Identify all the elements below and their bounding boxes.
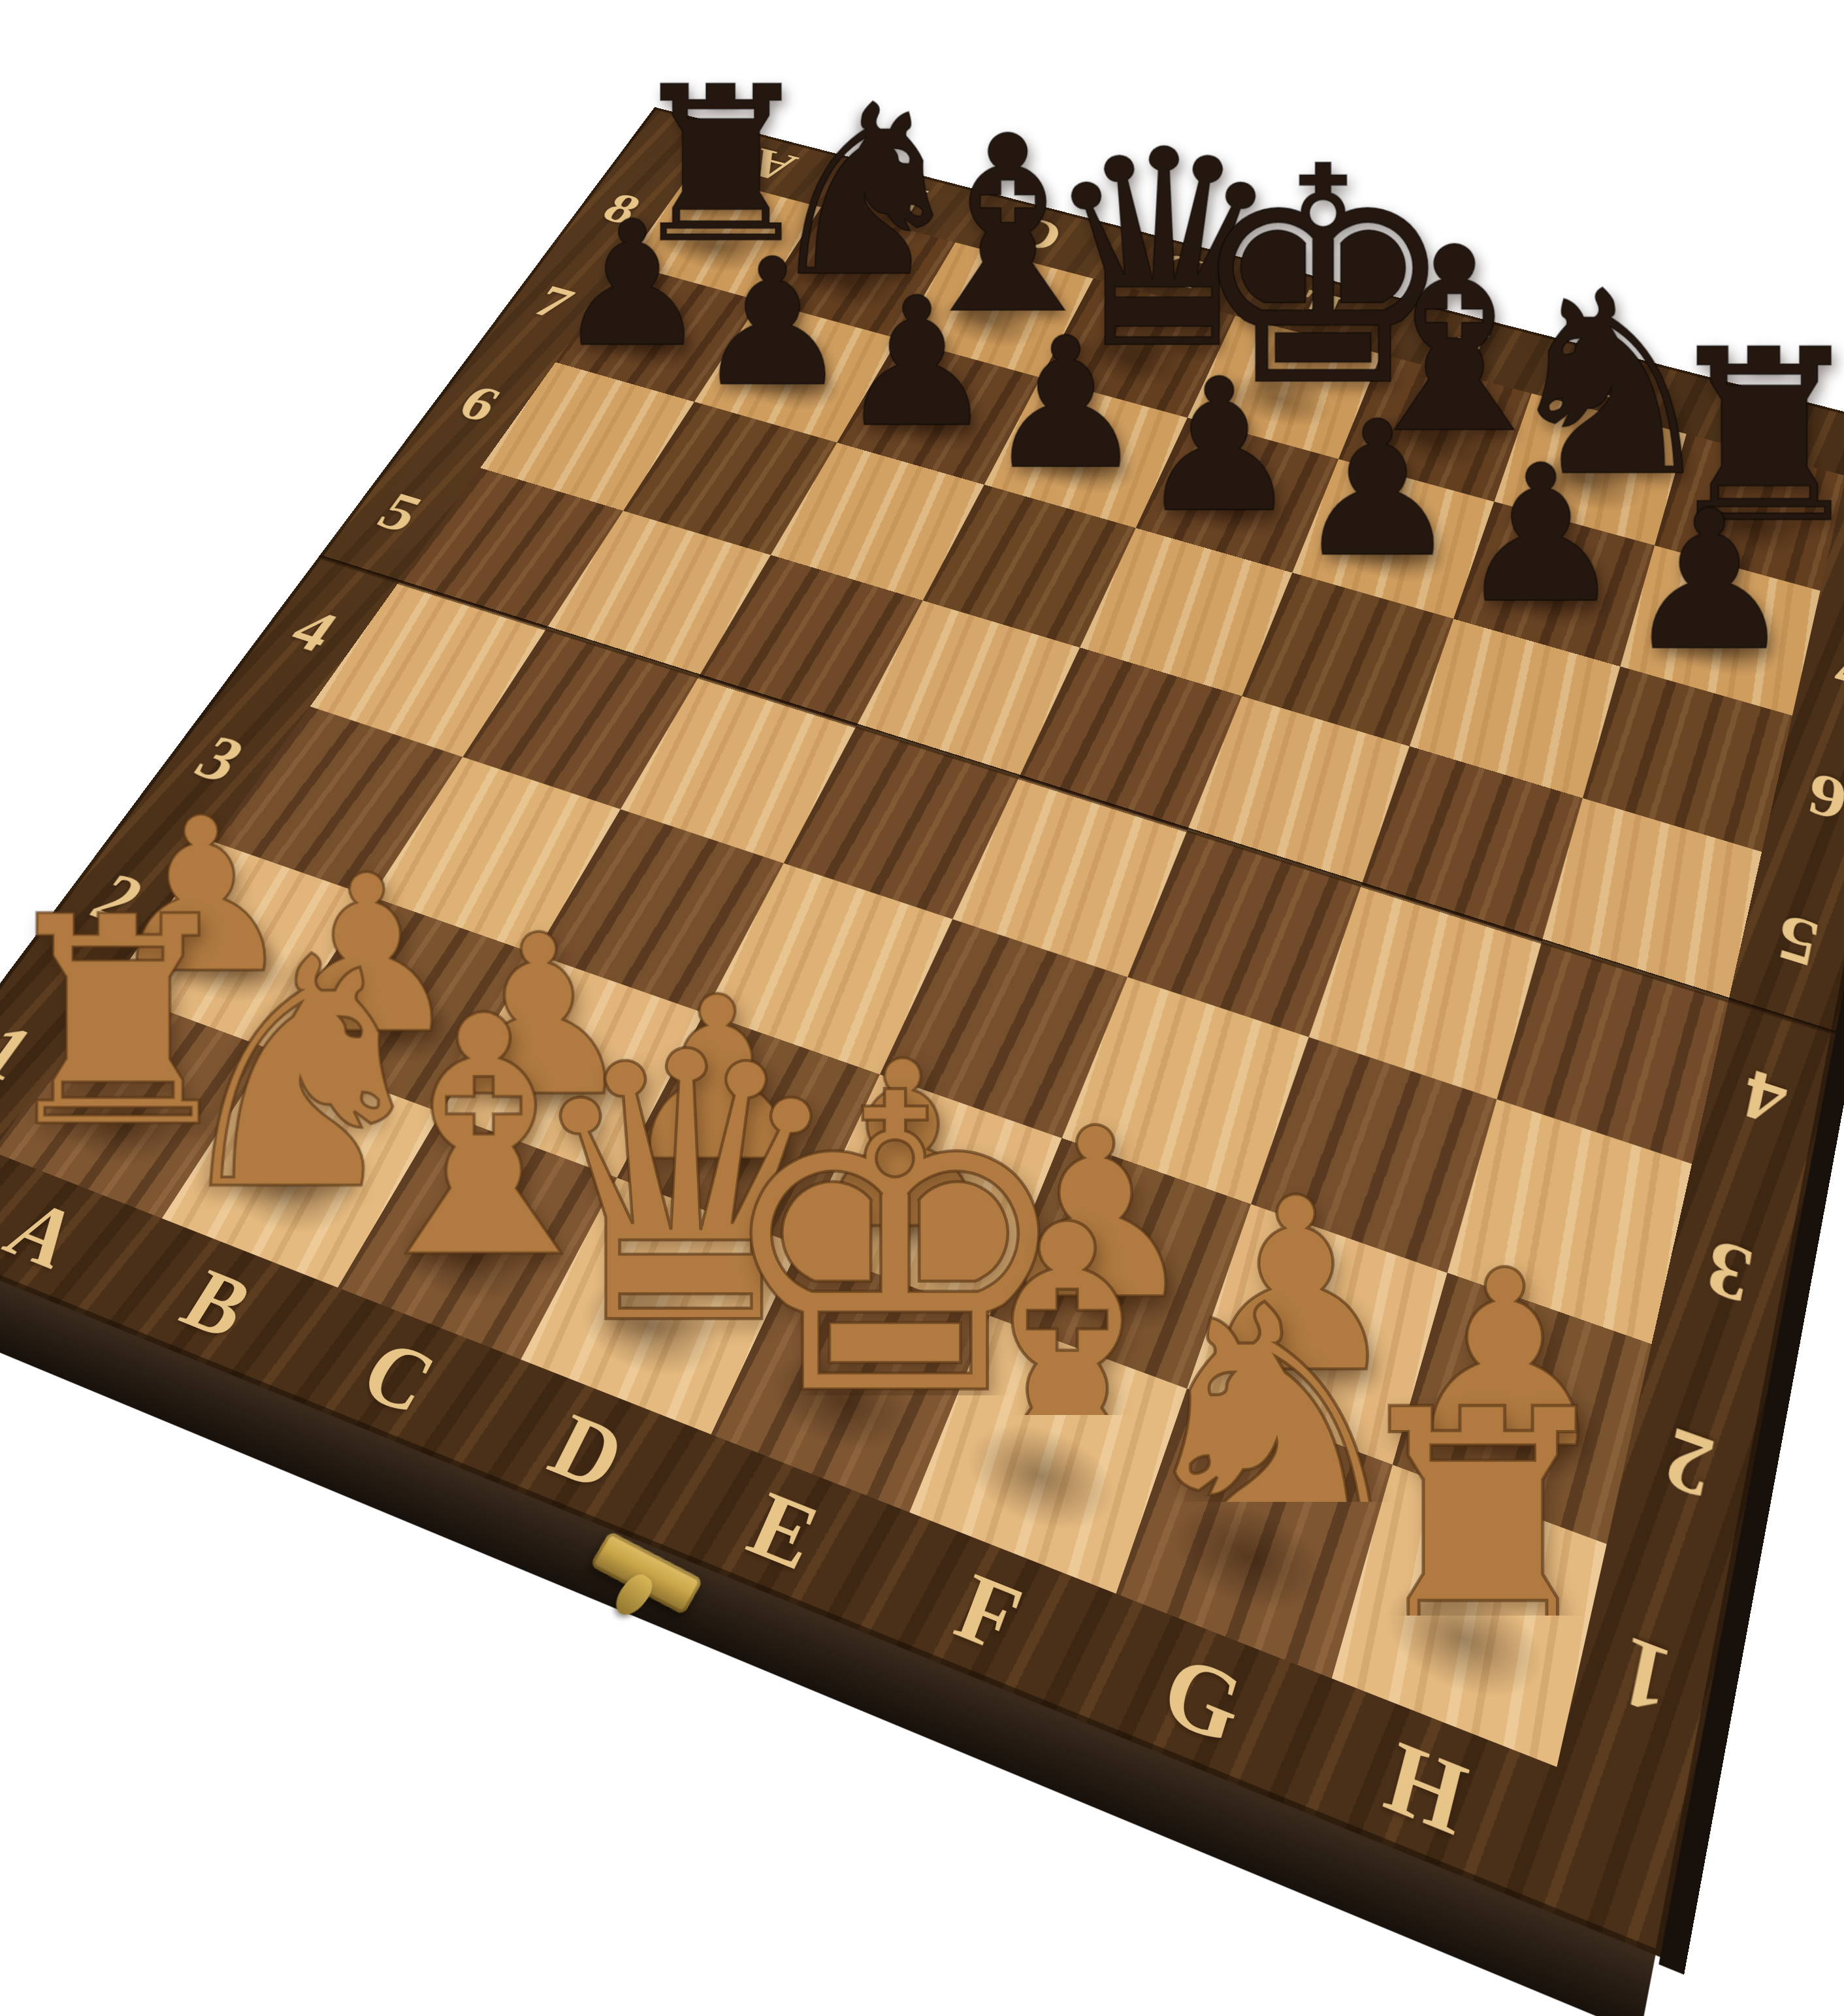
rank-label-left-6: 6 bbox=[447, 374, 513, 432]
piece-black-pawn[interactable]: ♟ bbox=[837, 274, 995, 452]
file-label-near-b: B bbox=[165, 1250, 268, 1358]
file-label-near-c: C bbox=[345, 1320, 452, 1435]
piece-white-rook[interactable]: ♜ bbox=[1334, 1367, 1564, 1699]
rank-label-right-5: 5 bbox=[1770, 899, 1824, 983]
square-h1[interactable]: ♜ bbox=[1332, 1465, 1607, 1767]
piece-white-bishop[interactable]: ♝ bbox=[910, 1180, 1130, 1531]
rank-label-right-2: 2 bbox=[1657, 1408, 1721, 1520]
photo-background: ♜♞♝♛♚♝♞♜♟♟♟♟♟♟♟♟♟♟♟♟♟♟♟♟♜♞♝♛♚♝♞♜ AABBCCD… bbox=[0, 0, 1844, 2016]
piece-black-pawn[interactable]: ♟ bbox=[984, 314, 1146, 495]
rank-label-left-4: 4 bbox=[278, 596, 351, 664]
piece-black-pawn[interactable]: ♟ bbox=[1456, 440, 1625, 630]
piece-black-pawn[interactable]: ♟ bbox=[1137, 355, 1301, 538]
rank-label-left-5: 5 bbox=[366, 481, 434, 544]
piece-white-king[interactable]: ♚ bbox=[711, 1041, 926, 1452]
chessboard: ♜♞♝♛♚♝♞♜♟♟♟♟♟♟♟♟♟♟♟♟♟♟♟♟♜♞♝♛♚♝♞♜ AABBCCD… bbox=[0, 107, 1844, 1957]
rank-label-right-4: 4 bbox=[1736, 1052, 1793, 1144]
file-label-near-h: H bbox=[1374, 1717, 1477, 1861]
rank-label-right-7: 7 bbox=[1830, 630, 1844, 700]
file-label-near-e: E bbox=[734, 1471, 833, 1593]
file-label-near-f: F bbox=[943, 1551, 1035, 1676]
piece-white-queen[interactable]: ♛ bbox=[519, 1005, 731, 1376]
piece-white-bishop[interactable]: ♝ bbox=[336, 973, 543, 1304]
brass-clasp-icon bbox=[590, 1531, 704, 1615]
file-label-near-a: A bbox=[0, 1182, 97, 1288]
board-grid: ♜♞♝♛♚♝♞♜♟♟♟♟♟♟♟♟♟♟♟♟♟♟♟♟♜♞♝♛♚♝♞♜ bbox=[0, 173, 1844, 1767]
rank-label-right-6: 6 bbox=[1802, 759, 1844, 836]
file-label-near-d: D bbox=[534, 1393, 640, 1512]
piece-black-pawn[interactable]: ♟ bbox=[1294, 397, 1460, 583]
square-f5[interactable] bbox=[1188, 696, 1410, 885]
piece-white-knight[interactable]: ♞ bbox=[1118, 1261, 1342, 1613]
piece-white-knight[interactable]: ♞ bbox=[159, 916, 362, 1234]
board-frame: ♜♞♝♛♚♝♞♜♟♟♟♟♟♟♟♟♟♟♟♟♟♟♟♟♜♞♝♛♚♝♞♜ AABBCCD… bbox=[0, 107, 1844, 1957]
rank-label-right-3: 3 bbox=[1698, 1221, 1759, 1322]
piece-black-pawn[interactable]: ♟ bbox=[694, 236, 850, 412]
piece-black-pawn[interactable]: ♟ bbox=[555, 198, 709, 371]
file-label-near-g: G bbox=[1150, 1631, 1255, 1767]
piece-black-pawn[interactable]: ♟ bbox=[1623, 485, 1795, 677]
